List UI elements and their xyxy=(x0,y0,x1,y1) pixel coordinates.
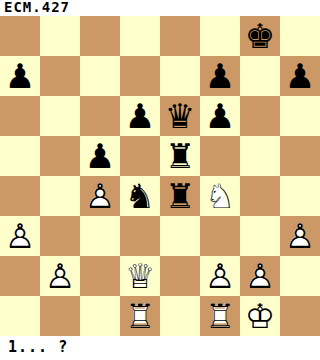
white-rook-fill: ♜ xyxy=(120,296,160,336)
black-pawn: ♟ xyxy=(200,96,240,136)
square-b6[interactable] xyxy=(40,96,80,136)
white-pawn: ♙ xyxy=(40,256,80,296)
square-h7[interactable]: ♟ xyxy=(280,56,320,96)
black-knight: ♞ xyxy=(120,176,160,216)
square-a3[interactable]: ♟♙ xyxy=(0,216,40,256)
square-h2[interactable] xyxy=(280,256,320,296)
white-pawn-fill: ♟ xyxy=(80,176,120,216)
square-f1[interactable]: ♜♖ xyxy=(200,296,240,336)
square-f3[interactable] xyxy=(200,216,240,256)
square-c4[interactable]: ♟♙ xyxy=(80,176,120,216)
square-g7[interactable] xyxy=(240,56,280,96)
white-pawn-fill: ♟ xyxy=(0,216,40,256)
square-b2[interactable]: ♟♙ xyxy=(40,256,80,296)
square-h8[interactable] xyxy=(280,16,320,56)
square-c1[interactable] xyxy=(80,296,120,336)
black-pawn: ♟ xyxy=(120,96,160,136)
square-g5[interactable] xyxy=(240,136,280,176)
white-pawn: ♙ xyxy=(280,216,320,256)
square-g6[interactable] xyxy=(240,96,280,136)
white-knight: ♘ xyxy=(200,176,240,216)
square-d6[interactable]: ♟ xyxy=(120,96,160,136)
chess-diagram-page: ECM.427 ♚♟♟♟♟♛♟♟♜♟♙♞♜♞♘♟♙♟♙♟♙♛♕♟♙♟♙♜♖♜♖♚… xyxy=(0,0,320,360)
square-g4[interactable] xyxy=(240,176,280,216)
square-e8[interactable] xyxy=(160,16,200,56)
square-a1[interactable] xyxy=(0,296,40,336)
square-e4[interactable]: ♜ xyxy=(160,176,200,216)
square-d8[interactable] xyxy=(120,16,160,56)
square-d5[interactable] xyxy=(120,136,160,176)
square-e3[interactable] xyxy=(160,216,200,256)
square-b8[interactable] xyxy=(40,16,80,56)
square-a5[interactable] xyxy=(0,136,40,176)
square-b4[interactable] xyxy=(40,176,80,216)
square-a2[interactable] xyxy=(0,256,40,296)
black-pawn: ♟ xyxy=(280,56,320,96)
square-b3[interactable] xyxy=(40,216,80,256)
square-f7[interactable]: ♟ xyxy=(200,56,240,96)
square-e6[interactable]: ♛ xyxy=(160,96,200,136)
square-h4[interactable] xyxy=(280,176,320,216)
white-pawn-fill: ♟ xyxy=(240,256,280,296)
chess-board: ♚♟♟♟♟♛♟♟♜♟♙♞♜♞♘♟♙♟♙♟♙♛♕♟♙♟♙♜♖♜♖♚♔ xyxy=(0,16,320,336)
white-rook: ♖ xyxy=(120,296,160,336)
white-pawn-fill: ♟ xyxy=(280,216,320,256)
square-g8[interactable]: ♚ xyxy=(240,16,280,56)
square-f6[interactable]: ♟ xyxy=(200,96,240,136)
white-pawn-fill: ♟ xyxy=(40,256,80,296)
move-prompt-label: 1... ? xyxy=(0,336,320,360)
black-queen: ♛ xyxy=(160,96,200,136)
square-c2[interactable] xyxy=(80,256,120,296)
square-h3[interactable]: ♟♙ xyxy=(280,216,320,256)
white-pawn: ♙ xyxy=(80,176,120,216)
square-e7[interactable] xyxy=(160,56,200,96)
square-a6[interactable] xyxy=(0,96,40,136)
square-h1[interactable] xyxy=(280,296,320,336)
square-b1[interactable] xyxy=(40,296,80,336)
white-queen-fill: ♛ xyxy=(120,256,160,296)
square-d2[interactable]: ♛♕ xyxy=(120,256,160,296)
puzzle-id-label: ECM.427 xyxy=(0,0,320,16)
white-pawn: ♙ xyxy=(0,216,40,256)
white-king: ♔ xyxy=(240,296,280,336)
white-knight-fill: ♞ xyxy=(200,176,240,216)
white-pawn: ♙ xyxy=(240,256,280,296)
square-e2[interactable] xyxy=(160,256,200,296)
square-a4[interactable] xyxy=(0,176,40,216)
square-e1[interactable] xyxy=(160,296,200,336)
black-rook: ♜ xyxy=(160,176,200,216)
white-pawn: ♙ xyxy=(200,256,240,296)
black-rook: ♜ xyxy=(160,136,200,176)
square-d3[interactable] xyxy=(120,216,160,256)
square-f5[interactable] xyxy=(200,136,240,176)
square-e5[interactable]: ♜ xyxy=(160,136,200,176)
square-c5[interactable]: ♟ xyxy=(80,136,120,176)
square-b7[interactable] xyxy=(40,56,80,96)
black-pawn: ♟ xyxy=(0,56,40,96)
square-h6[interactable] xyxy=(280,96,320,136)
white-queen: ♕ xyxy=(120,256,160,296)
square-d4[interactable]: ♞ xyxy=(120,176,160,216)
square-g3[interactable] xyxy=(240,216,280,256)
white-rook: ♖ xyxy=(200,296,240,336)
square-d7[interactable] xyxy=(120,56,160,96)
square-c7[interactable] xyxy=(80,56,120,96)
square-d1[interactable]: ♜♖ xyxy=(120,296,160,336)
white-king-fill: ♚ xyxy=(240,296,280,336)
square-c8[interactable] xyxy=(80,16,120,56)
square-f4[interactable]: ♞♘ xyxy=(200,176,240,216)
square-a7[interactable]: ♟ xyxy=(0,56,40,96)
square-a8[interactable] xyxy=(0,16,40,56)
black-pawn: ♟ xyxy=(200,56,240,96)
square-b5[interactable] xyxy=(40,136,80,176)
white-pawn-fill: ♟ xyxy=(200,256,240,296)
square-c3[interactable] xyxy=(80,216,120,256)
square-f2[interactable]: ♟♙ xyxy=(200,256,240,296)
square-c6[interactable] xyxy=(80,96,120,136)
black-king: ♚ xyxy=(240,16,280,56)
black-pawn: ♟ xyxy=(80,136,120,176)
white-rook-fill: ♜ xyxy=(200,296,240,336)
square-f8[interactable] xyxy=(200,16,240,56)
square-h5[interactable] xyxy=(280,136,320,176)
square-g2[interactable]: ♟♙ xyxy=(240,256,280,296)
square-g1[interactable]: ♚♔ xyxy=(240,296,280,336)
